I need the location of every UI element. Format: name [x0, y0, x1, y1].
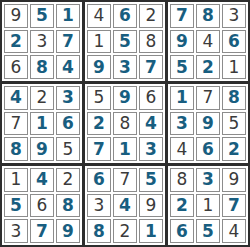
cell-r9c9[interactable]: 4 [222, 219, 246, 243]
cell-r9c3[interactable]: 9 [56, 219, 80, 243]
cell-r1c6[interactable]: 2 [139, 4, 163, 28]
cell-r9c5[interactable]: 2 [113, 219, 137, 243]
cell-r9c4[interactable]: 8 [87, 219, 111, 243]
cell-r3c4[interactable]: 9 [87, 55, 111, 79]
cell-r2c5[interactable]: 5 [113, 30, 137, 54]
cell-r6c3[interactable]: 5 [56, 137, 80, 161]
cell-r2c9[interactable]: 6 [222, 30, 246, 54]
cell-r8c7[interactable]: 2 [170, 194, 194, 218]
cell-r3c9[interactable]: 1 [222, 55, 246, 79]
cell-r2c7[interactable]: 9 [170, 30, 194, 54]
cell-r3c6[interactable]: 7 [139, 55, 163, 79]
cell-r5c7[interactable]: 3 [170, 112, 194, 136]
cell-r7c3[interactable]: 2 [56, 168, 80, 192]
cell-r5c8[interactable]: 9 [196, 112, 220, 136]
cell-r6c5[interactable]: 1 [113, 137, 137, 161]
cell-r4c5[interactable]: 9 [113, 86, 137, 110]
cell-r5c2[interactable]: 1 [30, 112, 54, 136]
cell-r2c8[interactable]: 4 [196, 30, 220, 54]
cell-r1c9[interactable]: 3 [222, 4, 246, 28]
cell-r6c7[interactable]: 4 [170, 137, 194, 161]
cell-r2c1[interactable]: 2 [4, 30, 28, 54]
cell-r5c4[interactable]: 2 [87, 112, 111, 136]
sudoku-box-8: 675349821 [85, 166, 165, 245]
cell-r3c8[interactable]: 2 [196, 55, 220, 79]
sudoku-box-9: 839217654 [168, 166, 248, 245]
cell-r9c6[interactable]: 1 [139, 219, 163, 243]
sudoku-box-3: 783946521 [168, 2, 248, 81]
cell-r1c8[interactable]: 8 [196, 4, 220, 28]
cell-r4c1[interactable]: 4 [4, 86, 28, 110]
cell-r3c5[interactable]: 3 [113, 55, 137, 79]
cell-r1c3[interactable]: 1 [56, 4, 80, 28]
sudoku-box-5: 596284713 [85, 84, 165, 163]
cell-r4c6[interactable]: 6 [139, 86, 163, 110]
cell-r1c5[interactable]: 6 [113, 4, 137, 28]
cell-r8c9[interactable]: 7 [222, 194, 246, 218]
cell-r6c8[interactable]: 6 [196, 137, 220, 161]
cell-r3c1[interactable]: 6 [4, 55, 28, 79]
cell-r6c1[interactable]: 8 [4, 137, 28, 161]
cell-r4c8[interactable]: 7 [196, 86, 220, 110]
cell-r4c7[interactable]: 1 [170, 86, 194, 110]
cell-r9c1[interactable]: 3 [4, 219, 28, 243]
sudoku-box-4: 423716895 [2, 84, 82, 163]
cell-r9c8[interactable]: 5 [196, 219, 220, 243]
cell-r7c9[interactable]: 9 [222, 168, 246, 192]
cell-r3c3[interactable]: 4 [56, 55, 80, 79]
cell-r7c1[interactable]: 1 [4, 168, 28, 192]
cell-r1c4[interactable]: 4 [87, 4, 111, 28]
sudoku-box-2: 462158937 [85, 2, 165, 81]
cell-r7c5[interactable]: 7 [113, 168, 137, 192]
cell-r4c2[interactable]: 2 [30, 86, 54, 110]
cell-r3c2[interactable]: 8 [30, 55, 54, 79]
cell-r3c7[interactable]: 5 [170, 55, 194, 79]
cell-r7c8[interactable]: 3 [196, 168, 220, 192]
cell-r4c4[interactable]: 5 [87, 86, 111, 110]
cell-r8c3[interactable]: 8 [56, 194, 80, 218]
cell-r9c7[interactable]: 6 [170, 219, 194, 243]
cell-r8c6[interactable]: 9 [139, 194, 163, 218]
cell-r7c7[interactable]: 8 [170, 168, 194, 192]
cell-r8c2[interactable]: 6 [30, 194, 54, 218]
cell-r9c2[interactable]: 7 [30, 219, 54, 243]
cell-r1c1[interactable]: 9 [4, 4, 28, 28]
cell-r2c2[interactable]: 3 [30, 30, 54, 54]
cell-r5c9[interactable]: 5 [222, 112, 246, 136]
cell-r6c6[interactable]: 3 [139, 137, 163, 161]
cell-r5c3[interactable]: 6 [56, 112, 80, 136]
cell-r7c2[interactable]: 4 [30, 168, 54, 192]
cell-r8c8[interactable]: 1 [196, 194, 220, 218]
cell-r2c6[interactable]: 8 [139, 30, 163, 54]
cell-r7c4[interactable]: 6 [87, 168, 111, 192]
cell-r8c1[interactable]: 5 [4, 194, 28, 218]
cell-r2c4[interactable]: 1 [87, 30, 111, 54]
cell-r7c6[interactable]: 5 [139, 168, 163, 192]
cell-r1c2[interactable]: 5 [30, 4, 54, 28]
cell-r6c4[interactable]: 7 [87, 137, 111, 161]
cell-r4c3[interactable]: 3 [56, 86, 80, 110]
cell-r2c3[interactable]: 7 [56, 30, 80, 54]
cell-r6c2[interactable]: 9 [30, 137, 54, 161]
cell-r1c7[interactable]: 7 [170, 4, 194, 28]
sudoku-box-1: 951237684 [2, 2, 82, 81]
cell-r5c5[interactable]: 8 [113, 112, 137, 136]
cell-r5c1[interactable]: 7 [4, 112, 28, 136]
cell-r8c5[interactable]: 4 [113, 194, 137, 218]
sudoku-box-6: 178395462 [168, 84, 248, 163]
sudoku-board: 9512376844621589377839465214237168955962… [0, 0, 250, 247]
cell-r8c4[interactable]: 3 [87, 194, 111, 218]
sudoku-box-7: 142568379 [2, 166, 82, 245]
cell-r6c9[interactable]: 2 [222, 137, 246, 161]
cell-r5c6[interactable]: 4 [139, 112, 163, 136]
cell-r4c9[interactable]: 8 [222, 86, 246, 110]
